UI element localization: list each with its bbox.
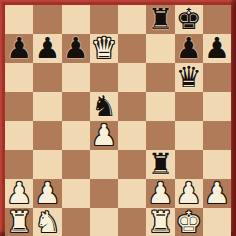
square-d1[interactable] (90, 208, 118, 236)
square-e3[interactable] (118, 150, 146, 179)
square-d3[interactable] (90, 150, 118, 179)
black-knight: ♞ (91, 92, 117, 121)
square-a4[interactable] (5, 121, 33, 150)
square-g2[interactable]: ♟ (175, 179, 203, 208)
square-c6[interactable] (62, 63, 90, 92)
square-h3[interactable] (203, 150, 231, 179)
square-b5[interactable] (33, 92, 61, 121)
square-a1[interactable]: ♜ (5, 208, 33, 236)
black-king: ♚ (176, 5, 202, 34)
square-e4[interactable] (118, 121, 146, 150)
square-f4[interactable] (146, 121, 174, 150)
square-e5[interactable] (118, 92, 146, 121)
black-queen: ♛ (176, 63, 202, 92)
square-c7[interactable]: ♟ (62, 34, 90, 63)
black-pawn: ♟ (6, 34, 32, 63)
square-g4[interactable] (175, 121, 203, 150)
square-f2[interactable]: ♟ (146, 179, 174, 208)
white-knight: ♞ (34, 208, 60, 236)
square-b7[interactable]: ♟ (33, 34, 61, 63)
square-d8[interactable] (90, 5, 118, 34)
square-h6[interactable] (203, 63, 231, 92)
square-d2[interactable] (90, 179, 118, 208)
square-g3[interactable] (175, 150, 203, 179)
chess-board: ♜♚♟♟♟♛♟♟♛♞♟♜♟♟♟♟♟♜♞♜♚ (5, 5, 231, 231)
square-b6[interactable] (33, 63, 61, 92)
square-a3[interactable] (5, 150, 33, 179)
square-e8[interactable] (118, 5, 146, 34)
square-g7[interactable]: ♟ (175, 34, 203, 63)
square-c8[interactable] (62, 5, 90, 34)
black-pawn: ♟ (176, 34, 202, 63)
square-d5[interactable]: ♞ (90, 92, 118, 121)
black-pawn: ♟ (63, 34, 89, 63)
black-pawn: ♟ (204, 34, 230, 63)
square-c1[interactable] (62, 208, 90, 236)
square-b4[interactable] (33, 121, 61, 150)
square-f1[interactable]: ♜ (146, 208, 174, 236)
square-f5[interactable] (146, 92, 174, 121)
square-c4[interactable] (62, 121, 90, 150)
square-g5[interactable] (175, 92, 203, 121)
square-f6[interactable] (146, 63, 174, 92)
square-b2[interactable]: ♟ (33, 179, 61, 208)
square-g6[interactable]: ♛ (175, 63, 203, 92)
square-e1[interactable] (118, 208, 146, 236)
square-h1[interactable] (203, 208, 231, 236)
white-king: ♚ (176, 208, 202, 236)
square-a8[interactable] (5, 5, 33, 34)
square-a6[interactable] (5, 63, 33, 92)
white-rook: ♜ (147, 208, 173, 236)
square-f8[interactable]: ♜ (146, 5, 174, 34)
white-rook: ♜ (6, 208, 32, 236)
white-pawn: ♟ (176, 179, 202, 208)
white-pawn: ♟ (91, 121, 117, 150)
square-e7[interactable] (118, 34, 146, 63)
square-b3[interactable] (33, 150, 61, 179)
white-pawn: ♟ (204, 179, 230, 208)
white-queen: ♛ (91, 34, 117, 63)
square-e6[interactable] (118, 63, 146, 92)
square-a2[interactable]: ♟ (5, 179, 33, 208)
square-h8[interactable] (203, 5, 231, 34)
square-e2[interactable] (118, 179, 146, 208)
square-h5[interactable] (203, 92, 231, 121)
square-c5[interactable] (62, 92, 90, 121)
black-rook: ♜ (147, 150, 173, 179)
white-pawn: ♟ (6, 179, 32, 208)
square-b8[interactable] (33, 5, 61, 34)
square-d6[interactable] (90, 63, 118, 92)
square-h7[interactable]: ♟ (203, 34, 231, 63)
black-pawn: ♟ (34, 34, 60, 63)
square-d7[interactable]: ♛ (90, 34, 118, 63)
white-pawn: ♟ (34, 179, 60, 208)
square-d4[interactable]: ♟ (90, 121, 118, 150)
square-f7[interactable] (146, 34, 174, 63)
square-b1[interactable]: ♞ (33, 208, 61, 236)
board-frame: ♜♚♟♟♟♛♟♟♛♞♟♜♟♟♟♟♟♜♞♜♚ (0, 0, 236, 236)
square-f3[interactable]: ♜ (146, 150, 174, 179)
black-rook: ♜ (147, 5, 173, 34)
square-h2[interactable]: ♟ (203, 179, 231, 208)
square-h4[interactable] (203, 121, 231, 150)
square-g8[interactable]: ♚ (175, 5, 203, 34)
square-c3[interactable] (62, 150, 90, 179)
white-pawn: ♟ (147, 179, 173, 208)
square-g1[interactable]: ♚ (175, 208, 203, 236)
square-c2[interactable] (62, 179, 90, 208)
square-a5[interactable] (5, 92, 33, 121)
square-a7[interactable]: ♟ (5, 34, 33, 63)
